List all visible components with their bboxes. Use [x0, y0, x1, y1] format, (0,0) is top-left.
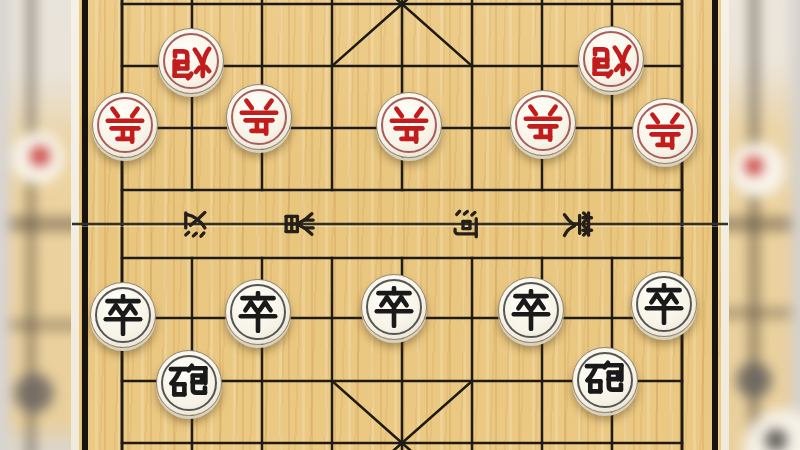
piece-black-soldier[interactable]	[631, 271, 697, 337]
piece-character-卒	[643, 283, 685, 325]
piece-black-soldier[interactable]	[225, 279, 291, 345]
piece-red-soldier[interactable]	[92, 92, 158, 158]
piece-red-soldier[interactable]	[510, 90, 576, 156]
blurred-board-reflection	[726, 0, 800, 450]
piece-character-兵	[104, 104, 146, 146]
piece-character-砲	[584, 359, 626, 401]
piece-red-soldier[interactable]	[226, 84, 292, 150]
piece-red-cannon[interactable]	[578, 26, 644, 92]
pieces-layer	[72, 0, 728, 450]
piece-character-兵	[238, 96, 280, 138]
piece-character-卒	[373, 286, 415, 328]
piece-character-兵	[388, 104, 430, 146]
piece-character-卒	[510, 289, 552, 331]
piece-black-cannon[interactable]	[572, 347, 638, 413]
piece-character-炮	[170, 40, 212, 82]
piece-character-卒	[237, 291, 279, 333]
piece-red-soldier[interactable]	[632, 98, 698, 164]
piece-black-cannon[interactable]	[156, 350, 222, 416]
piece-character-砲	[168, 362, 210, 404]
screenshot-root	[0, 0, 800, 450]
xiangqi-board[interactable]	[72, 0, 728, 450]
piece-red-soldier[interactable]	[376, 92, 442, 158]
blurred-letterbox-left	[0, 0, 80, 450]
piece-character-炮	[590, 38, 632, 80]
piece-character-兵	[522, 102, 564, 144]
piece-character-兵	[644, 110, 686, 152]
piece-red-cannon[interactable]	[158, 28, 224, 94]
piece-black-soldier[interactable]	[361, 274, 427, 340]
piece-black-soldier[interactable]	[498, 277, 564, 343]
blurred-board-reflection	[0, 0, 80, 450]
piece-black-soldier[interactable]	[90, 282, 156, 348]
piece-character-卒	[102, 294, 144, 336]
blurred-letterbox-right	[726, 0, 800, 450]
